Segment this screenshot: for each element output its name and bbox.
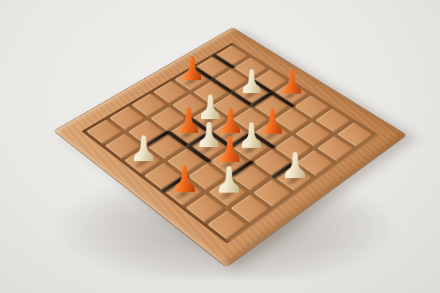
- white-pawn[interactable]: [199, 122, 218, 148]
- white-pawn[interactable]: [219, 166, 239, 193]
- pawn-cone-shape: [179, 107, 198, 132]
- orange-pawn[interactable]: [220, 136, 240, 162]
- orange-pawn[interactable]: [221, 108, 240, 133]
- white-pawn[interactable]: [285, 152, 305, 179]
- pawn-cone-shape: [199, 122, 218, 148]
- pawn-cone-shape: [183, 56, 201, 80]
- white-pawn[interactable]: [243, 69, 261, 94]
- pawn-cone-shape: [201, 94, 220, 119]
- white-pawn[interactable]: [134, 135, 154, 161]
- white-pawn[interactable]: [201, 94, 220, 119]
- pawn-cone-shape: [285, 152, 305, 179]
- pawn-cone-shape: [221, 108, 240, 133]
- pawn-cone-shape: [219, 166, 239, 193]
- photo-scene: [0, 0, 440, 293]
- pawn-cone-shape: [243, 69, 261, 94]
- pawn-cone-shape: [134, 135, 154, 161]
- orange-pawn[interactable]: [179, 107, 198, 132]
- orange-pawn[interactable]: [283, 69, 301, 94]
- orange-pawn[interactable]: [175, 165, 195, 192]
- pawn-cone-shape: [175, 165, 195, 192]
- pawn-cone-shape: [220, 136, 240, 162]
- orange-pawn[interactable]: [263, 108, 282, 133]
- orange-pawn[interactable]: [183, 56, 201, 80]
- pawn-cone-shape: [242, 122, 261, 148]
- pawn-cone-shape: [283, 69, 301, 94]
- white-pawn[interactable]: [242, 122, 261, 148]
- pawn-cone-shape: [263, 108, 282, 133]
